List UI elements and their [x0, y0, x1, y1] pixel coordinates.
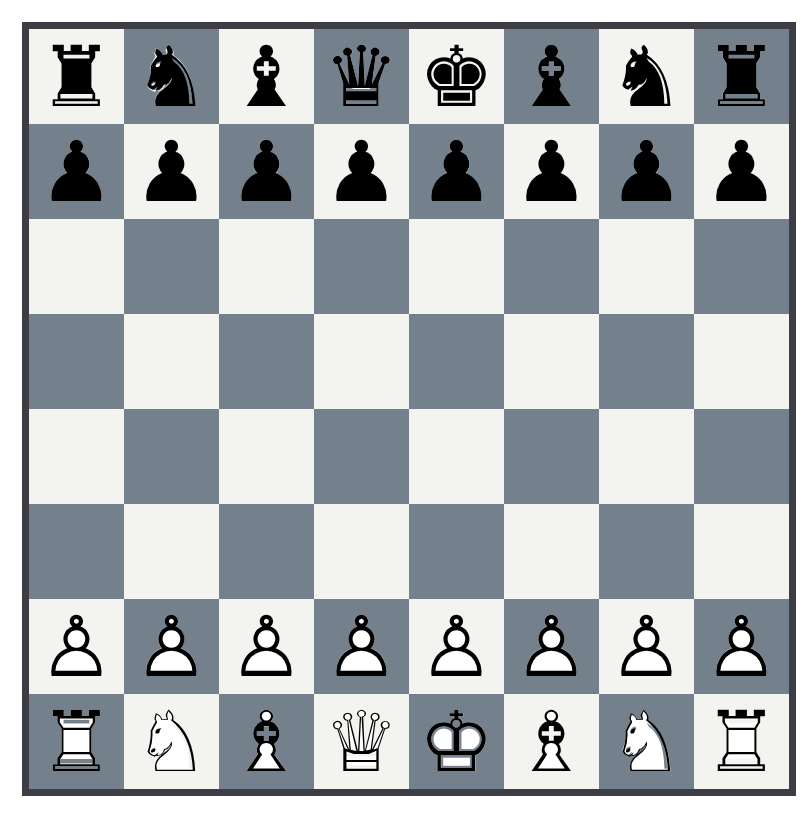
- square-c8[interactable]: ♗♝: [219, 29, 314, 124]
- white-pawn-d2[interactable]: ♟♙: [314, 599, 409, 694]
- piece-glyph: ♞: [599, 29, 694, 124]
- white-pawn-e2[interactable]: ♟♙: [409, 599, 504, 694]
- square-a8[interactable]: ♖♜: [29, 29, 124, 124]
- piece-glyph: ♜: [29, 29, 124, 124]
- square-c3[interactable]: [219, 504, 314, 599]
- piece-glyph: ♙: [124, 599, 219, 694]
- square-b2[interactable]: ♟♙: [124, 599, 219, 694]
- square-g3[interactable]: [599, 504, 694, 599]
- piece-glyph: ♘: [599, 694, 694, 789]
- white-pawn-c2[interactable]: ♟♙: [219, 599, 314, 694]
- square-h8[interactable]: ♖♜: [694, 29, 789, 124]
- square-c4[interactable]: [219, 409, 314, 504]
- square-c5[interactable]: [219, 314, 314, 409]
- piece-glyph: ♖: [29, 694, 124, 789]
- piece-glyph: ♙: [409, 599, 504, 694]
- square-h5[interactable]: [694, 314, 789, 409]
- white-bishop-f1[interactable]: ♝♗: [504, 694, 599, 789]
- black-pawn-h7[interactable]: ♙♟: [694, 124, 789, 219]
- square-b3[interactable]: [124, 504, 219, 599]
- square-g8[interactable]: ♘♞: [599, 29, 694, 124]
- square-h4[interactable]: [694, 409, 789, 504]
- square-f8[interactable]: ♗♝: [504, 29, 599, 124]
- piece-glyph: ♟: [124, 124, 219, 219]
- square-b8[interactable]: ♘♞: [124, 29, 219, 124]
- white-rook-a1[interactable]: ♜♖: [29, 694, 124, 789]
- white-pawn-f2[interactable]: ♟♙: [504, 599, 599, 694]
- square-g1[interactable]: ♞♘: [599, 694, 694, 789]
- square-f2[interactable]: ♟♙: [504, 599, 599, 694]
- piece-glyph: ♟: [409, 124, 504, 219]
- square-h2[interactable]: ♟♙: [694, 599, 789, 694]
- piece-glyph: ♟: [694, 124, 789, 219]
- square-e4[interactable]: [409, 409, 504, 504]
- square-h1[interactable]: ♜♖: [694, 694, 789, 789]
- square-g4[interactable]: [599, 409, 694, 504]
- white-knight-b1[interactable]: ♞♘: [124, 694, 219, 789]
- piece-glyph: ♛: [314, 29, 409, 124]
- piece-glyph: ♟: [599, 124, 694, 219]
- black-pawn-d7[interactable]: ♙♟: [314, 124, 409, 219]
- white-pawn-b2[interactable]: ♟♙: [124, 599, 219, 694]
- square-a6[interactable]: [29, 219, 124, 314]
- piece-glyph: ♕: [314, 694, 409, 789]
- piece-glyph: ♗: [504, 694, 599, 789]
- square-b1[interactable]: ♞♘: [124, 694, 219, 789]
- piece-glyph: ♙: [219, 599, 314, 694]
- white-rook-h1[interactable]: ♜♖: [694, 694, 789, 789]
- square-d5[interactable]: [314, 314, 409, 409]
- square-g5[interactable]: [599, 314, 694, 409]
- square-e3[interactable]: [409, 504, 504, 599]
- white-pawn-a2[interactable]: ♟♙: [29, 599, 124, 694]
- piece-glyph: ♖: [694, 694, 789, 789]
- black-pawn-f7[interactable]: ♙♟: [504, 124, 599, 219]
- piece-glyph: ♔: [409, 694, 504, 789]
- square-d6[interactable]: [314, 219, 409, 314]
- piece-glyph: ♚: [409, 29, 504, 124]
- square-f5[interactable]: [504, 314, 599, 409]
- square-d4[interactable]: [314, 409, 409, 504]
- white-queen-d1[interactable]: ♛♕: [314, 694, 409, 789]
- square-d1[interactable]: ♛♕: [314, 694, 409, 789]
- square-a4[interactable]: [29, 409, 124, 504]
- square-e5[interactable]: [409, 314, 504, 409]
- black-rook-a8[interactable]: ♖♜: [29, 29, 124, 124]
- square-f6[interactable]: [504, 219, 599, 314]
- piece-glyph: ♟: [219, 124, 314, 219]
- black-pawn-b7[interactable]: ♙♟: [124, 124, 219, 219]
- piece-glyph: ♙: [504, 599, 599, 694]
- piece-glyph: ♞: [124, 29, 219, 124]
- square-d3[interactable]: [314, 504, 409, 599]
- black-pawn-e7[interactable]: ♙♟: [409, 124, 504, 219]
- square-a2[interactable]: ♟♙: [29, 599, 124, 694]
- square-a1[interactable]: ♜♖: [29, 694, 124, 789]
- piece-glyph: ♘: [124, 694, 219, 789]
- black-knight-g8[interactable]: ♘♞: [599, 29, 694, 124]
- square-a5[interactable]: [29, 314, 124, 409]
- black-pawn-c7[interactable]: ♙♟: [219, 124, 314, 219]
- piece-glyph: ♗: [219, 694, 314, 789]
- square-h6[interactable]: [694, 219, 789, 314]
- black-pawn-a7[interactable]: ♙♟: [29, 124, 124, 219]
- square-c1[interactable]: ♝♗: [219, 694, 314, 789]
- black-knight-b8[interactable]: ♘♞: [124, 29, 219, 124]
- square-g7[interactable]: ♙♟: [599, 124, 694, 219]
- square-a3[interactable]: [29, 504, 124, 599]
- square-c7[interactable]: ♙♟: [219, 124, 314, 219]
- piece-glyph: ♟: [504, 124, 599, 219]
- page: ♖♜♘♞♗♝♕♛♔♚♗♝♘♞♖♜♙♟♙♟♙♟♙♟♙♟♙♟♙♟♙♟♟♙♟♙♟♙♟♙…: [0, 0, 810, 814]
- square-h3[interactable]: [694, 504, 789, 599]
- square-e1[interactable]: ♚♔: [409, 694, 504, 789]
- piece-glyph: ♙: [599, 599, 694, 694]
- square-e6[interactable]: [409, 219, 504, 314]
- square-d2[interactable]: ♟♙: [314, 599, 409, 694]
- black-pawn-g7[interactable]: ♙♟: [599, 124, 694, 219]
- square-e8[interactable]: ♔♚: [409, 29, 504, 124]
- white-king-e1[interactable]: ♚♔: [409, 694, 504, 789]
- piece-glyph: ♙: [314, 599, 409, 694]
- white-pawn-g2[interactable]: ♟♙: [599, 599, 694, 694]
- square-d8[interactable]: ♕♛: [314, 29, 409, 124]
- square-g6[interactable]: [599, 219, 694, 314]
- square-f3[interactable]: [504, 504, 599, 599]
- piece-glyph: ♜: [694, 29, 789, 124]
- square-f4[interactable]: [504, 409, 599, 504]
- black-rook-h8[interactable]: ♖♜: [694, 29, 789, 124]
- square-b6[interactable]: [124, 219, 219, 314]
- chess-board-frame: ♖♜♘♞♗♝♕♛♔♚♗♝♘♞♖♜♙♟♙♟♙♟♙♟♙♟♙♟♙♟♙♟♟♙♟♙♟♙♟♙…: [22, 22, 796, 796]
- piece-glyph: ♝: [504, 29, 599, 124]
- square-f7[interactable]: ♙♟: [504, 124, 599, 219]
- square-c2[interactable]: ♟♙: [219, 599, 314, 694]
- square-b7[interactable]: ♙♟: [124, 124, 219, 219]
- square-f1[interactable]: ♝♗: [504, 694, 599, 789]
- black-bishop-f8[interactable]: ♗♝: [504, 29, 599, 124]
- square-g2[interactable]: ♟♙: [599, 599, 694, 694]
- square-b5[interactable]: [124, 314, 219, 409]
- piece-glyph: ♙: [29, 599, 124, 694]
- square-e2[interactable]: ♟♙: [409, 599, 504, 694]
- white-pawn-h2[interactable]: ♟♙: [694, 599, 789, 694]
- square-b4[interactable]: [124, 409, 219, 504]
- piece-glyph: ♙: [694, 599, 789, 694]
- square-e7[interactable]: ♙♟: [409, 124, 504, 219]
- piece-glyph: ♝: [219, 29, 314, 124]
- black-queen-d8[interactable]: ♕♛: [314, 29, 409, 124]
- white-bishop-c1[interactable]: ♝♗: [219, 694, 314, 789]
- square-a7[interactable]: ♙♟: [29, 124, 124, 219]
- square-c6[interactable]: [219, 219, 314, 314]
- black-bishop-c8[interactable]: ♗♝: [219, 29, 314, 124]
- white-knight-g1[interactable]: ♞♘: [599, 694, 694, 789]
- chess-board: ♖♜♘♞♗♝♕♛♔♚♗♝♘♞♖♜♙♟♙♟♙♟♙♟♙♟♙♟♙♟♙♟♟♙♟♙♟♙♟♙…: [29, 29, 789, 789]
- square-d7[interactable]: ♙♟: [314, 124, 409, 219]
- square-h7[interactable]: ♙♟: [694, 124, 789, 219]
- black-king-e8[interactable]: ♔♚: [409, 29, 504, 124]
- piece-glyph: ♟: [29, 124, 124, 219]
- piece-glyph: ♟: [314, 124, 409, 219]
